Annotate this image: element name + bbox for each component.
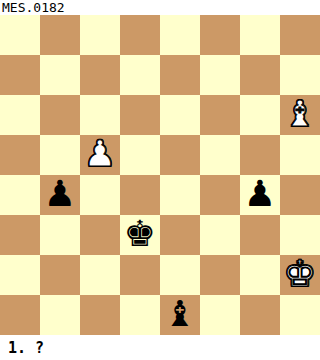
- square-a1[interactable]: [0, 295, 40, 335]
- square-g1[interactable]: [240, 295, 280, 335]
- square-f2[interactable]: [200, 255, 240, 295]
- square-h6[interactable]: ♝: [280, 95, 320, 135]
- square-c2[interactable]: [80, 255, 120, 295]
- puzzle-id: MES.0182: [0, 0, 320, 15]
- square-e8[interactable]: [160, 15, 200, 55]
- square-e5[interactable]: [160, 135, 200, 175]
- square-a4[interactable]: [0, 175, 40, 215]
- square-b4[interactable]: ♟: [40, 175, 80, 215]
- square-h3[interactable]: [280, 215, 320, 255]
- square-e6[interactable]: [160, 95, 200, 135]
- piece-black-bishop[interactable]: ♝: [164, 295, 196, 334]
- square-d1[interactable]: [120, 295, 160, 335]
- piece-black-pawn[interactable]: ♟: [44, 175, 76, 214]
- square-c7[interactable]: [80, 55, 120, 95]
- square-c8[interactable]: [80, 15, 120, 55]
- square-b1[interactable]: [40, 295, 80, 335]
- move-prompt: 1. ?: [0, 335, 320, 360]
- square-b5[interactable]: [40, 135, 80, 175]
- square-f7[interactable]: [200, 55, 240, 95]
- square-f6[interactable]: [200, 95, 240, 135]
- square-d7[interactable]: [120, 55, 160, 95]
- square-e4[interactable]: [160, 175, 200, 215]
- square-b6[interactable]: [40, 95, 80, 135]
- square-h4[interactable]: [280, 175, 320, 215]
- square-d6[interactable]: [120, 95, 160, 135]
- square-c4[interactable]: [80, 175, 120, 215]
- square-e7[interactable]: [160, 55, 200, 95]
- square-g5[interactable]: [240, 135, 280, 175]
- square-f4[interactable]: [200, 175, 240, 215]
- square-c5[interactable]: ♟: [80, 135, 120, 175]
- square-d2[interactable]: [120, 255, 160, 295]
- square-g4[interactable]: ♟: [240, 175, 280, 215]
- square-g6[interactable]: [240, 95, 280, 135]
- square-a3[interactable]: [0, 215, 40, 255]
- square-f5[interactable]: [200, 135, 240, 175]
- square-b7[interactable]: [40, 55, 80, 95]
- piece-white-pawn[interactable]: ♟: [84, 135, 116, 174]
- piece-white-king[interactable]: ♚: [284, 255, 316, 294]
- square-a6[interactable]: [0, 95, 40, 135]
- square-f1[interactable]: [200, 295, 240, 335]
- square-a8[interactable]: [0, 15, 40, 55]
- square-e2[interactable]: [160, 255, 200, 295]
- square-h5[interactable]: [280, 135, 320, 175]
- square-a2[interactable]: [0, 255, 40, 295]
- square-c6[interactable]: [80, 95, 120, 135]
- square-d4[interactable]: [120, 175, 160, 215]
- square-a5[interactable]: [0, 135, 40, 175]
- piece-white-bishop[interactable]: ♝: [284, 95, 316, 134]
- square-b8[interactable]: [40, 15, 80, 55]
- square-f3[interactable]: [200, 215, 240, 255]
- chess-board: ♝♟♟♟♚♚♝: [0, 15, 320, 335]
- square-c1[interactable]: [80, 295, 120, 335]
- square-h2[interactable]: ♚: [280, 255, 320, 295]
- square-g2[interactable]: [240, 255, 280, 295]
- piece-black-king[interactable]: ♚: [124, 215, 156, 254]
- square-g7[interactable]: [240, 55, 280, 95]
- square-f8[interactable]: [200, 15, 240, 55]
- square-a7[interactable]: [0, 55, 40, 95]
- square-c3[interactable]: [80, 215, 120, 255]
- square-e1[interactable]: ♝: [160, 295, 200, 335]
- square-b2[interactable]: [40, 255, 80, 295]
- square-h1[interactable]: [280, 295, 320, 335]
- square-b3[interactable]: [40, 215, 80, 255]
- square-g3[interactable]: [240, 215, 280, 255]
- piece-black-pawn[interactable]: ♟: [244, 175, 276, 214]
- square-d3[interactable]: ♚: [120, 215, 160, 255]
- square-h8[interactable]: [280, 15, 320, 55]
- square-d8[interactable]: [120, 15, 160, 55]
- square-g8[interactable]: [240, 15, 280, 55]
- square-h7[interactable]: [280, 55, 320, 95]
- square-d5[interactable]: [120, 135, 160, 175]
- chess-puzzle-app: MES.0182 ♝♟♟♟♚♚♝ 1. ?: [0, 0, 320, 360]
- square-e3[interactable]: [160, 215, 200, 255]
